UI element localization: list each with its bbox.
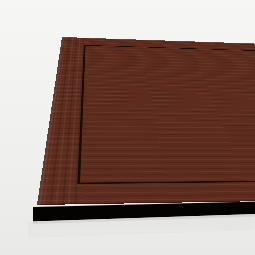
playing-area-frame <box>77 45 255 184</box>
chess-board <box>37 37 255 205</box>
photo-stage <box>0 0 255 255</box>
board-grid <box>80 46 255 183</box>
